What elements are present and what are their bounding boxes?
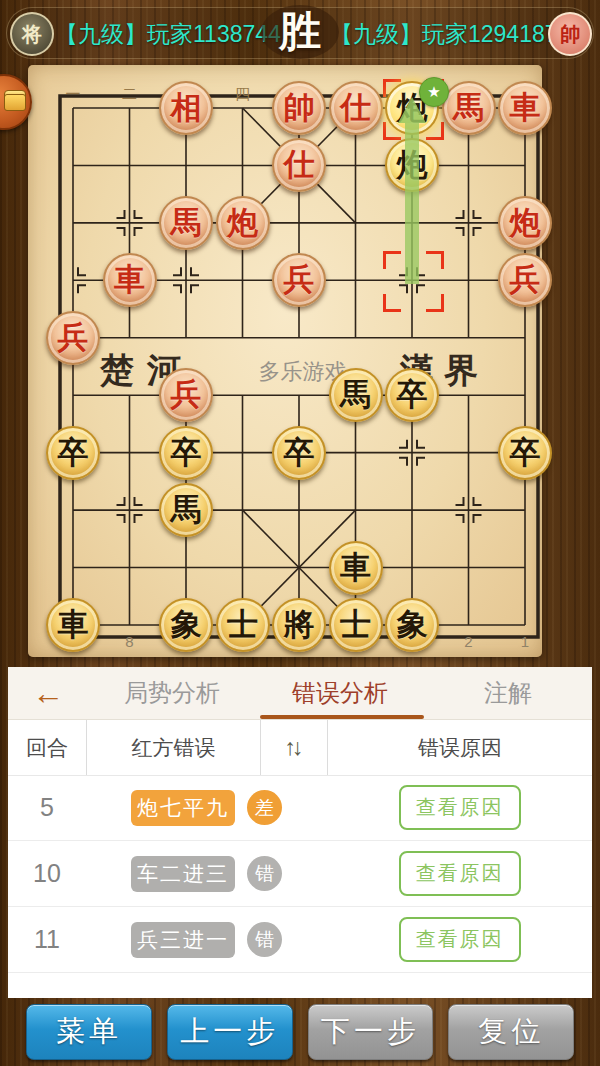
sort-down-icon: ↓ — [292, 734, 304, 761]
left-player-name: 【九级】玩家1138744.. — [55, 19, 294, 50]
piece-red-仕-r0c5[interactable]: 仕 — [329, 81, 383, 135]
bottom-file-label: 8 — [115, 633, 145, 649]
analysis-panel: ← 局势分析 错误分析 注解 回合 红方错误 ↑ ↓ 错误原因 5炮七平九差查看… — [8, 667, 592, 998]
col-header-round: 回合 — [8, 720, 86, 775]
move-badge: 车二进三 — [131, 856, 235, 892]
move-source-corner-tl — [383, 251, 401, 269]
view-reason-button[interactable]: 查看原因 — [399, 851, 521, 896]
tab-bar: ← 局势分析 错误分析 注解 — [8, 667, 592, 720]
piece-black-士-r9c3[interactable]: 士 — [216, 598, 270, 652]
sort-button[interactable]: ↑ ↓ — [260, 720, 327, 775]
control-button-menu[interactable]: 菜单 — [26, 1004, 152, 1060]
player-bar: 将 【九级】玩家1138744.. 胜 【九级】玩家1294187.. 帥 — [0, 0, 600, 65]
piece-black-士-r9c5[interactable]: 士 — [329, 598, 383, 652]
tab-mistake-analysis[interactable]: 错误分析 — [256, 677, 424, 709]
piece-red-馬-r2c2[interactable]: 馬 — [159, 196, 213, 250]
active-tab-underline — [260, 715, 424, 719]
top-file-label: 四 — [228, 85, 258, 101]
piece-black-馬-r7c2[interactable]: 馬 — [159, 483, 213, 537]
piece-red-帥-r0c4[interactable]: 帥 — [272, 81, 326, 135]
right-player-name: 【九级】玩家1294187.. — [330, 19, 570, 50]
piece-red-兵-r3c8[interactable]: 兵 — [498, 253, 552, 307]
control-button-reset[interactable]: 复位 — [448, 1004, 574, 1060]
black-avatar-char: 将 — [22, 21, 42, 48]
move-source-corner-bl — [383, 294, 401, 312]
app: 将 【九级】玩家1138744.. 胜 【九级】玩家1294187.. 帥 楚河… — [0, 0, 600, 1066]
chest-box — [4, 94, 26, 111]
red-avatar-char: 帥 — [560, 21, 580, 48]
piece-black-卒-r6c8[interactable]: 卒 — [498, 426, 552, 480]
piece-black-象-r9c6[interactable]: 象 — [385, 598, 439, 652]
controls-bar: 菜单上一步下一步复位 — [0, 1004, 600, 1060]
mistake-row: 10车二进三错查看原因 — [8, 841, 592, 907]
piece-black-車-r8c5[interactable]: 車 — [329, 541, 383, 595]
severity-badge: 差 — [247, 790, 282, 825]
view-reason-button[interactable]: 查看原因 — [399, 785, 521, 830]
piece-black-象-r9c2[interactable]: 象 — [159, 598, 213, 652]
severity-badge: 错 — [247, 922, 282, 957]
move-badge: 兵三进一 — [131, 922, 235, 958]
piece-black-車-r9c0[interactable]: 車 — [46, 598, 100, 652]
control-button-next-step[interactable]: 下一步 — [308, 1004, 434, 1060]
control-button-prev-step[interactable]: 上一步 — [167, 1004, 293, 1060]
bottom-file-label: 2 — [454, 633, 484, 649]
best-move-star-icon: ★ — [419, 77, 449, 107]
piece-red-炮-r2c3[interactable]: 炮 — [216, 196, 270, 250]
result-badge: 胜 — [261, 5, 339, 59]
piece-black-卒-r5c6[interactable]: 卒 — [385, 368, 439, 422]
piece-red-相-r0c2[interactable]: 相 — [159, 81, 213, 135]
piece-black-卒-r6c4[interactable]: 卒 — [272, 426, 326, 480]
piece-red-兵-r4c0[interactable]: 兵 — [46, 311, 100, 365]
move-arrow-shaft — [405, 123, 419, 284]
top-file-label: 二 — [115, 85, 145, 101]
col-header-reason: 错误原因 — [327, 720, 592, 775]
piece-black-馬-r5c5[interactable]: 馬 — [329, 368, 383, 422]
col-header-red-mistake: 红方错误 — [86, 720, 260, 775]
move-source-corner-tr — [426, 251, 444, 269]
top-file-label: 一 — [58, 85, 88, 101]
round-number: 5 — [8, 793, 86, 822]
view-reason-button[interactable]: 查看原因 — [399, 917, 521, 962]
piece-black-卒-r6c2[interactable]: 卒 — [159, 426, 213, 480]
black-general-avatar-icon: 将 — [10, 12, 54, 56]
piece-red-馬-r0c7[interactable]: 馬 — [442, 81, 496, 135]
tab-situation-analysis[interactable]: 局势分析 — [88, 677, 256, 709]
move-badge: 炮七平九 — [131, 790, 235, 826]
mistake-row: 11兵三进一错查看原因 — [8, 907, 592, 973]
red-general-avatar-icon: 帥 — [548, 12, 592, 56]
result-char: 胜 — [279, 4, 321, 60]
table-header: 回合 红方错误 ↑ ↓ 错误原因 — [8, 720, 592, 776]
round-number: 10 — [8, 859, 86, 888]
piece-red-車-r3c1[interactable]: 車 — [103, 253, 157, 307]
bottom-file-label: 1 — [510, 633, 540, 649]
piece-red-兵-r5c2[interactable]: 兵 — [159, 368, 213, 422]
piece-red-兵-r3c4[interactable]: 兵 — [272, 253, 326, 307]
round-number: 11 — [8, 925, 86, 954]
piece-black-將-r9c4[interactable]: 將 — [272, 598, 326, 652]
board[interactable]: 楚河 多乐游戏 漢界 一二四821 相帥仕炮馬車仕炮馬炮炮車兵兵兵兵馬卒卒卒卒卒… — [28, 65, 542, 657]
tab-annotation[interactable]: 注解 — [424, 677, 592, 709]
severity-badge: 错 — [247, 856, 282, 891]
move-source-corner-br — [426, 294, 444, 312]
piece-black-卒-r6c0[interactable]: 卒 — [46, 426, 100, 480]
piece-red-炮-r2c8[interactable]: 炮 — [498, 196, 552, 250]
back-button[interactable]: ← — [8, 675, 88, 712]
piece-red-車-r0c8[interactable]: 車 — [498, 81, 552, 135]
mistake-row: 5炮七平九差查看原因 — [8, 775, 592, 841]
